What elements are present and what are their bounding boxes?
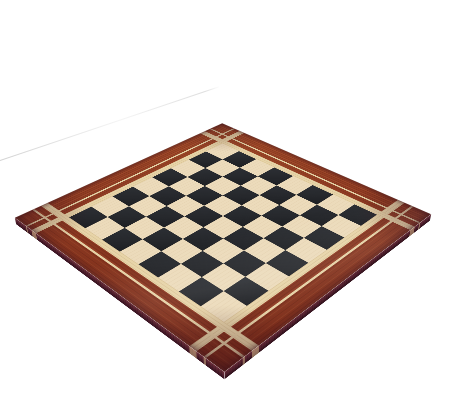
maple-inlay-band-bottom [41,203,259,351]
square-g6[interactable] [282,215,321,238]
square-f2[interactable] [181,251,223,277]
square-h1[interactable] [201,291,247,322]
square-f3[interactable] [203,239,244,264]
board-top-face [15,123,431,372]
square-g3[interactable] [223,251,265,277]
border-frame-bottom [15,203,259,372]
square-e2[interactable] [161,239,202,264]
maple-inlay-band-right [189,200,405,352]
maple-pinstripe-right [204,206,414,359]
square-e3[interactable] [183,227,223,251]
square-h6[interactable] [304,226,344,250]
square-h5[interactable] [285,238,326,263]
square-c1[interactable] [102,228,142,252]
square-e4[interactable] [203,216,242,239]
square-h3[interactable] [245,263,289,291]
square-e1[interactable] [139,251,181,277]
square-g2[interactable] [202,263,246,291]
square-d1[interactable] [120,239,161,264]
square-g5[interactable] [264,226,304,250]
square-g4[interactable] [244,238,285,263]
square-f4[interactable] [223,227,263,251]
square-f5[interactable] [243,216,282,239]
square-b1[interactable] [85,217,124,240]
square-d2[interactable] [142,228,182,252]
square-h2[interactable] [224,277,269,306]
square-h4[interactable] [266,250,308,276]
square-c2[interactable] [125,217,164,240]
chess-board [15,123,431,372]
product-photo-canvas [0,0,468,400]
square-h7[interactable] [322,215,361,238]
square-g1[interactable] [179,277,224,306]
border-frame-right [224,215,410,346]
maple-pinstripe-bottom [32,209,245,358]
square-f1[interactable] [158,264,202,292]
square-d3[interactable] [164,216,203,239]
